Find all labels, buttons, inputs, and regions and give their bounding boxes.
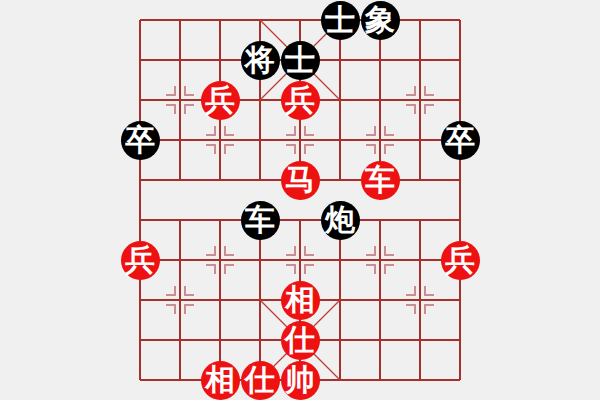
red-soldier[interactable]: 兵 (201, 81, 240, 120)
black-advisor[interactable]: 士 (281, 41, 320, 80)
black-elephant[interactable]: 象 (361, 1, 400, 40)
black-advisor[interactable]: 士 (321, 1, 360, 40)
red-soldier[interactable]: 兵 (281, 81, 320, 120)
xiangqi-board: 士象将士兵兵卒卒马车车炮兵兵相仕相仕帅 (120, 0, 480, 400)
red-advisor[interactable]: 仕 (241, 361, 280, 400)
red-advisor[interactable]: 仕 (281, 321, 320, 360)
black-soldier[interactable]: 卒 (121, 121, 160, 160)
red-horse[interactable]: 马 (281, 161, 320, 200)
red-soldier[interactable]: 兵 (441, 241, 480, 280)
black-soldier[interactable]: 卒 (441, 121, 480, 160)
xiangqi-app: 士象将士兵兵卒卒马车车炮兵兵相仕相仕帅 (0, 0, 600, 400)
black-cannon[interactable]: 炮 (321, 201, 360, 240)
red-elephant[interactable]: 相 (281, 281, 320, 320)
red-soldier[interactable]: 兵 (121, 241, 160, 280)
red-chariot[interactable]: 车 (361, 161, 400, 200)
black-chariot[interactable]: 车 (241, 201, 280, 240)
red-general[interactable]: 帅 (281, 361, 320, 400)
red-elephant[interactable]: 相 (201, 361, 240, 400)
black-general[interactable]: 将 (241, 41, 280, 80)
